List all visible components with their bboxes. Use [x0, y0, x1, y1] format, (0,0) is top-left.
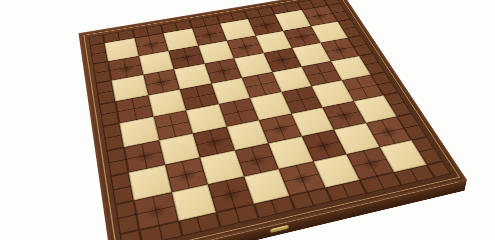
square-r3c3[interactable]: [211, 78, 250, 105]
square-r2c3[interactable]: ⛂: [204, 58, 242, 83]
border-tile: [139, 221, 182, 240]
border-tile: [411, 136, 443, 164]
square-r3c1[interactable]: [148, 89, 186, 117]
photo-scene: ⛂⛂⛂⛂⛂⛂⛂⛂⛂⛂⛂⛂⛂⛂⛂⛂⛂⛂⛂⛂⛂⛂⛂⛂: [0, 0, 495, 240]
checkers-board: ⛂⛂⛂⛂⛂⛂⛂⛂⛂⛂⛂⛂⛂⛂⛂⛂⛂⛂⛂⛂⛂⛂⛂⛂: [78, 0, 466, 240]
brass-hinge: [386, 61, 393, 74]
square-r3c5[interactable]: [272, 66, 312, 92]
brass-latch: [270, 225, 288, 233]
